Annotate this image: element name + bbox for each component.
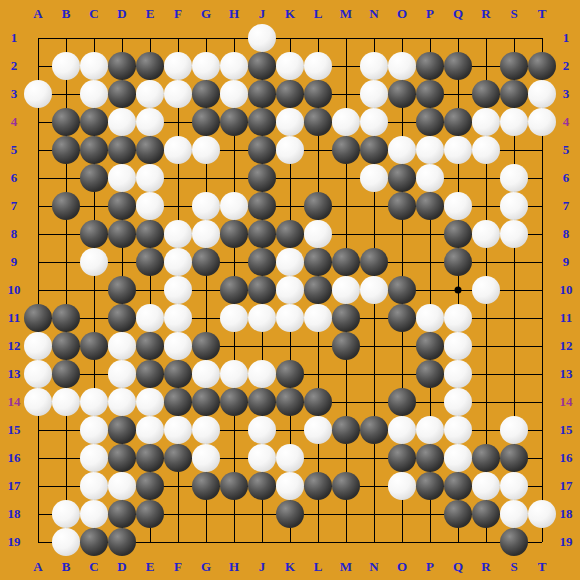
stone-white-M10[interactable]: [332, 276, 360, 304]
stone-black-J10[interactable]: [248, 276, 276, 304]
stone-black-B13[interactable]: [52, 360, 80, 388]
stone-white-T3[interactable]: [528, 80, 556, 108]
stone-black-R18[interactable]: [472, 500, 500, 528]
stone-white-G5[interactable]: [192, 136, 220, 164]
coord-label-left-19[interactable]: 19: [0, 534, 28, 550]
stone-black-Q17[interactable]: [444, 472, 472, 500]
stone-white-R5[interactable]: [472, 136, 500, 164]
stone-black-G17[interactable]: [192, 472, 220, 500]
stone-black-C19[interactable]: [80, 528, 108, 556]
stone-black-J8[interactable]: [248, 220, 276, 248]
stone-white-J1[interactable]: [248, 24, 276, 52]
stone-black-C8[interactable]: [80, 220, 108, 248]
coord-label-top-D[interactable]: D: [108, 6, 136, 22]
coord-label-right-5[interactable]: 5: [552, 142, 580, 158]
coord-label-top-F[interactable]: F: [164, 6, 192, 22]
stone-white-C9[interactable]: [80, 248, 108, 276]
coord-label-right-15[interactable]: 15: [552, 422, 580, 438]
stone-black-C5[interactable]: [80, 136, 108, 164]
stone-white-Q11[interactable]: [444, 304, 472, 332]
coord-label-right-11[interactable]: 11: [552, 310, 580, 326]
stone-white-E6[interactable]: [136, 164, 164, 192]
coord-label-right-18[interactable]: 18: [552, 506, 580, 522]
coord-label-right-2[interactable]: 2: [552, 58, 580, 74]
stone-white-E15[interactable]: [136, 416, 164, 444]
stone-white-Q14[interactable]: [444, 388, 472, 416]
coord-label-top-B[interactable]: B: [52, 6, 80, 22]
stone-white-R10[interactable]: [472, 276, 500, 304]
coord-label-top-Q[interactable]: Q: [444, 6, 472, 22]
coord-label-bottom-B[interactable]: B: [52, 559, 80, 575]
stone-black-S16[interactable]: [500, 444, 528, 472]
stone-white-H3[interactable]: [220, 80, 248, 108]
stone-white-C17[interactable]: [80, 472, 108, 500]
stone-black-S2[interactable]: [500, 52, 528, 80]
stone-black-K18[interactable]: [276, 500, 304, 528]
stone-white-H2[interactable]: [220, 52, 248, 80]
stone-black-F13[interactable]: [164, 360, 192, 388]
stone-black-G3[interactable]: [192, 80, 220, 108]
stone-black-E5[interactable]: [136, 136, 164, 164]
stone-black-E13[interactable]: [136, 360, 164, 388]
coord-label-bottom-E[interactable]: E: [136, 559, 164, 575]
stone-black-H14[interactable]: [220, 388, 248, 416]
stone-white-C16[interactable]: [80, 444, 108, 472]
stone-white-Q13[interactable]: [444, 360, 472, 388]
stone-white-C2[interactable]: [80, 52, 108, 80]
stone-black-L14[interactable]: [304, 388, 332, 416]
stone-black-E17[interactable]: [136, 472, 164, 500]
stone-black-H17[interactable]: [220, 472, 248, 500]
coord-label-top-G[interactable]: G: [192, 6, 220, 22]
stone-white-K9[interactable]: [276, 248, 304, 276]
coord-label-bottom-H[interactable]: H: [220, 559, 248, 575]
stone-black-J5[interactable]: [248, 136, 276, 164]
stone-black-J6[interactable]: [248, 164, 276, 192]
stone-black-N15[interactable]: [360, 416, 388, 444]
stone-black-G14[interactable]: [192, 388, 220, 416]
coord-label-right-7[interactable]: 7: [552, 198, 580, 214]
stone-white-B14[interactable]: [52, 388, 80, 416]
stone-white-Q15[interactable]: [444, 416, 472, 444]
coord-label-right-13[interactable]: 13: [552, 366, 580, 382]
coord-label-right-8[interactable]: 8: [552, 226, 580, 242]
stone-white-C3[interactable]: [80, 80, 108, 108]
stone-black-E12[interactable]: [136, 332, 164, 360]
coord-label-top-H[interactable]: H: [220, 6, 248, 22]
stone-black-M15[interactable]: [332, 416, 360, 444]
coord-label-top-E[interactable]: E: [136, 6, 164, 22]
coord-label-left-6[interactable]: 6: [0, 170, 28, 186]
stone-black-J2[interactable]: [248, 52, 276, 80]
coord-label-top-C[interactable]: C: [80, 6, 108, 22]
coord-label-right-4[interactable]: 4: [552, 114, 580, 130]
stone-white-C14[interactable]: [80, 388, 108, 416]
stone-white-P5[interactable]: [416, 136, 444, 164]
stone-white-K11[interactable]: [276, 304, 304, 332]
stone-black-J17[interactable]: [248, 472, 276, 500]
stone-black-L4[interactable]: [304, 108, 332, 136]
stone-white-N4[interactable]: [360, 108, 388, 136]
stone-white-G8[interactable]: [192, 220, 220, 248]
stone-black-P16[interactable]: [416, 444, 444, 472]
coord-label-bottom-T[interactable]: T: [528, 559, 556, 575]
coord-label-top-P[interactable]: P: [416, 6, 444, 22]
coord-label-bottom-L[interactable]: L: [304, 559, 332, 575]
coord-label-right-3[interactable]: 3: [552, 86, 580, 102]
coord-label-right-17[interactable]: 17: [552, 478, 580, 494]
stone-white-B19[interactable]: [52, 528, 80, 556]
stone-black-S3[interactable]: [500, 80, 528, 108]
coord-label-top-N[interactable]: N: [360, 6, 388, 22]
stone-white-F15[interactable]: [164, 416, 192, 444]
stone-black-D16[interactable]: [108, 444, 136, 472]
stone-white-S17[interactable]: [500, 472, 528, 500]
coord-label-bottom-R[interactable]: R: [472, 559, 500, 575]
stone-white-L2[interactable]: [304, 52, 332, 80]
stone-white-Q7[interactable]: [444, 192, 472, 220]
stone-black-P4[interactable]: [416, 108, 444, 136]
coord-label-top-R[interactable]: R: [472, 6, 500, 22]
coord-label-left-4[interactable]: 4: [0, 114, 28, 130]
coord-label-left-1[interactable]: 1: [0, 30, 28, 46]
stone-black-O7[interactable]: [388, 192, 416, 220]
stone-black-B12[interactable]: [52, 332, 80, 360]
coord-label-left-15[interactable]: 15: [0, 422, 28, 438]
coord-label-bottom-A[interactable]: A: [24, 559, 52, 575]
coord-label-top-K[interactable]: K: [276, 6, 304, 22]
stone-black-L9[interactable]: [304, 248, 332, 276]
stone-black-D5[interactable]: [108, 136, 136, 164]
stone-white-N2[interactable]: [360, 52, 388, 80]
coord-label-bottom-F[interactable]: F: [164, 559, 192, 575]
stone-white-H7[interactable]: [220, 192, 248, 220]
stone-white-N3[interactable]: [360, 80, 388, 108]
stone-black-H10[interactable]: [220, 276, 248, 304]
coord-label-right-12[interactable]: 12: [552, 338, 580, 354]
stone-black-F16[interactable]: [164, 444, 192, 472]
coord-label-bottom-N[interactable]: N: [360, 559, 388, 575]
stone-black-D3[interactable]: [108, 80, 136, 108]
coord-label-top-A[interactable]: A: [24, 6, 52, 22]
stone-white-S8[interactable]: [500, 220, 528, 248]
stone-white-N6[interactable]: [360, 164, 388, 192]
coord-label-bottom-J[interactable]: J: [248, 559, 276, 575]
stone-black-L3[interactable]: [304, 80, 332, 108]
coord-label-top-O[interactable]: O: [388, 6, 416, 22]
stone-white-G15[interactable]: [192, 416, 220, 444]
stone-white-A3[interactable]: [24, 80, 52, 108]
stone-white-E14[interactable]: [136, 388, 164, 416]
stone-white-K16[interactable]: [276, 444, 304, 472]
stone-black-Q8[interactable]: [444, 220, 472, 248]
stone-white-M4[interactable]: [332, 108, 360, 136]
stone-black-K13[interactable]: [276, 360, 304, 388]
stone-white-R8[interactable]: [472, 220, 500, 248]
coord-label-left-17[interactable]: 17: [0, 478, 28, 494]
stone-white-P11[interactable]: [416, 304, 444, 332]
stone-white-N10[interactable]: [360, 276, 388, 304]
stone-white-D13[interactable]: [108, 360, 136, 388]
stone-black-B5[interactable]: [52, 136, 80, 164]
stone-white-R17[interactable]: [472, 472, 500, 500]
coord-label-left-16[interactable]: 16: [0, 450, 28, 466]
stone-black-G4[interactable]: [192, 108, 220, 136]
stone-black-E2[interactable]: [136, 52, 164, 80]
stone-white-E3[interactable]: [136, 80, 164, 108]
stone-white-C15[interactable]: [80, 416, 108, 444]
coord-label-right-16[interactable]: 16: [552, 450, 580, 466]
stone-black-O6[interactable]: [388, 164, 416, 192]
stone-black-K3[interactable]: [276, 80, 304, 108]
stone-white-T18[interactable]: [528, 500, 556, 528]
stone-black-B4[interactable]: [52, 108, 80, 136]
stone-white-A12[interactable]: [24, 332, 52, 360]
stone-black-E9[interactable]: [136, 248, 164, 276]
stone-white-B2[interactable]: [52, 52, 80, 80]
stone-black-E16[interactable]: [136, 444, 164, 472]
stone-white-O17[interactable]: [388, 472, 416, 500]
stone-white-K4[interactable]: [276, 108, 304, 136]
stone-black-P17[interactable]: [416, 472, 444, 500]
coord-label-bottom-G[interactable]: G: [192, 559, 220, 575]
stone-white-F9[interactable]: [164, 248, 192, 276]
stone-black-D2[interactable]: [108, 52, 136, 80]
stone-white-E7[interactable]: [136, 192, 164, 220]
stone-black-P12[interactable]: [416, 332, 444, 360]
stone-black-J3[interactable]: [248, 80, 276, 108]
stone-black-L17[interactable]: [304, 472, 332, 500]
star-point-Q10: [455, 287, 462, 294]
go-board[interactable]: AABBCCDDEEFFGGHHJJKKLLMMNNOOPPQQRRSSTT11…: [0, 0, 580, 580]
stone-black-O14[interactable]: [388, 388, 416, 416]
stone-black-R3[interactable]: [472, 80, 500, 108]
stone-black-K8[interactable]: [276, 220, 304, 248]
coord-label-top-T[interactable]: T: [528, 6, 556, 22]
stone-black-Q18[interactable]: [444, 500, 472, 528]
stone-white-C18[interactable]: [80, 500, 108, 528]
stone-black-J4[interactable]: [248, 108, 276, 136]
stone-white-J15[interactable]: [248, 416, 276, 444]
stone-black-M17[interactable]: [332, 472, 360, 500]
stone-black-O16[interactable]: [388, 444, 416, 472]
stone-black-L7[interactable]: [304, 192, 332, 220]
coord-label-right-14[interactable]: 14: [552, 394, 580, 410]
stone-black-M5[interactable]: [332, 136, 360, 164]
stone-black-J9[interactable]: [248, 248, 276, 276]
stone-black-D19[interactable]: [108, 528, 136, 556]
stone-white-L11[interactable]: [304, 304, 332, 332]
stone-black-R16[interactable]: [472, 444, 500, 472]
stone-black-O11[interactable]: [388, 304, 416, 332]
stone-black-G12[interactable]: [192, 332, 220, 360]
stone-white-G13[interactable]: [192, 360, 220, 388]
stone-black-C12[interactable]: [80, 332, 108, 360]
stone-black-Q9[interactable]: [444, 248, 472, 276]
coord-label-bottom-D[interactable]: D: [108, 559, 136, 575]
stone-white-H11[interactable]: [220, 304, 248, 332]
stone-black-T2[interactable]: [528, 52, 556, 80]
stone-white-B18[interactable]: [52, 500, 80, 528]
stone-white-F12[interactable]: [164, 332, 192, 360]
coord-label-left-18[interactable]: 18: [0, 506, 28, 522]
stone-white-D14[interactable]: [108, 388, 136, 416]
coord-label-right-9[interactable]: 9: [552, 254, 580, 270]
coord-label-right-10[interactable]: 10: [552, 282, 580, 298]
stone-black-E8[interactable]: [136, 220, 164, 248]
stone-white-S18[interactable]: [500, 500, 528, 528]
coord-label-left-7[interactable]: 7: [0, 198, 28, 214]
stone-black-C4[interactable]: [80, 108, 108, 136]
coord-label-bottom-P[interactable]: P: [416, 559, 444, 575]
stone-black-M11[interactable]: [332, 304, 360, 332]
stone-black-O10[interactable]: [388, 276, 416, 304]
stone-white-J11[interactable]: [248, 304, 276, 332]
stone-white-O5[interactable]: [388, 136, 416, 164]
stone-black-D8[interactable]: [108, 220, 136, 248]
stone-black-C6[interactable]: [80, 164, 108, 192]
stone-white-F10[interactable]: [164, 276, 192, 304]
stone-black-J14[interactable]: [248, 388, 276, 416]
stone-black-L10[interactable]: [304, 276, 332, 304]
stone-white-A14[interactable]: [24, 388, 52, 416]
stone-white-E4[interactable]: [136, 108, 164, 136]
stone-black-J7[interactable]: [248, 192, 276, 220]
stone-white-F2[interactable]: [164, 52, 192, 80]
stone-white-T4[interactable]: [528, 108, 556, 136]
stone-white-J16[interactable]: [248, 444, 276, 472]
stone-black-Q2[interactable]: [444, 52, 472, 80]
stone-white-S6[interactable]: [500, 164, 528, 192]
stone-white-J13[interactable]: [248, 360, 276, 388]
stone-white-A13[interactable]: [24, 360, 52, 388]
stone-white-F11[interactable]: [164, 304, 192, 332]
stone-black-P3[interactable]: [416, 80, 444, 108]
stone-white-G16[interactable]: [192, 444, 220, 472]
stone-white-L8[interactable]: [304, 220, 332, 248]
coord-label-left-2[interactable]: 2: [0, 58, 28, 74]
stone-white-S4[interactable]: [500, 108, 528, 136]
coord-label-bottom-Q[interactable]: Q: [444, 559, 472, 575]
stone-white-Q12[interactable]: [444, 332, 472, 360]
stone-white-D6[interactable]: [108, 164, 136, 192]
stone-white-S15[interactable]: [500, 416, 528, 444]
stone-black-M9[interactable]: [332, 248, 360, 276]
coord-label-top-J[interactable]: J: [248, 6, 276, 22]
stone-white-S7[interactable]: [500, 192, 528, 220]
stone-black-O3[interactable]: [388, 80, 416, 108]
stone-black-B11[interactable]: [52, 304, 80, 332]
stone-white-G2[interactable]: [192, 52, 220, 80]
stone-black-E18[interactable]: [136, 500, 164, 528]
stone-black-D18[interactable]: [108, 500, 136, 528]
stone-black-P13[interactable]: [416, 360, 444, 388]
stone-white-K17[interactable]: [276, 472, 304, 500]
stone-black-D7[interactable]: [108, 192, 136, 220]
stone-black-F14[interactable]: [164, 388, 192, 416]
coord-label-top-S[interactable]: S: [500, 6, 528, 22]
coord-label-bottom-K[interactable]: K: [276, 559, 304, 575]
stone-black-B7[interactable]: [52, 192, 80, 220]
stone-white-F5[interactable]: [164, 136, 192, 164]
stone-black-P2[interactable]: [416, 52, 444, 80]
stone-black-K14[interactable]: [276, 388, 304, 416]
stone-white-H13[interactable]: [220, 360, 248, 388]
coord-label-right-1[interactable]: 1: [552, 30, 580, 46]
stone-white-F8[interactable]: [164, 220, 192, 248]
stone-black-G9[interactable]: [192, 248, 220, 276]
stone-black-N5[interactable]: [360, 136, 388, 164]
stone-black-P7[interactable]: [416, 192, 444, 220]
stone-white-D12[interactable]: [108, 332, 136, 360]
stone-black-H4[interactable]: [220, 108, 248, 136]
stone-white-P6[interactable]: [416, 164, 444, 192]
stone-white-K2[interactable]: [276, 52, 304, 80]
stone-white-O2[interactable]: [388, 52, 416, 80]
stone-black-D11[interactable]: [108, 304, 136, 332]
stone-black-H8[interactable]: [220, 220, 248, 248]
stone-white-R4[interactable]: [472, 108, 500, 136]
stone-white-E11[interactable]: [136, 304, 164, 332]
stone-white-L15[interactable]: [304, 416, 332, 444]
stone-white-K5[interactable]: [276, 136, 304, 164]
stone-white-D4[interactable]: [108, 108, 136, 136]
coord-label-left-5[interactable]: 5: [0, 142, 28, 158]
coord-label-left-9[interactable]: 9: [0, 254, 28, 270]
stone-black-S19[interactable]: [500, 528, 528, 556]
coord-label-left-10[interactable]: 10: [0, 282, 28, 298]
coord-label-bottom-M[interactable]: M: [332, 559, 360, 575]
stone-white-Q5[interactable]: [444, 136, 472, 164]
coord-label-left-8[interactable]: 8: [0, 226, 28, 242]
coord-label-right-6[interactable]: 6: [552, 170, 580, 186]
stone-black-N9[interactable]: [360, 248, 388, 276]
stone-black-M12[interactable]: [332, 332, 360, 360]
stone-black-Q4[interactable]: [444, 108, 472, 136]
stone-white-O15[interactable]: [388, 416, 416, 444]
coord-label-top-M[interactable]: M: [332, 6, 360, 22]
coord-label-right-19[interactable]: 19: [552, 534, 580, 550]
stone-white-G7[interactable]: [192, 192, 220, 220]
stone-white-P15[interactable]: [416, 416, 444, 444]
stone-white-F3[interactable]: [164, 80, 192, 108]
stone-white-D17[interactable]: [108, 472, 136, 500]
coord-label-bottom-O[interactable]: O: [388, 559, 416, 575]
coord-label-bottom-C[interactable]: C: [80, 559, 108, 575]
stone-black-D10[interactable]: [108, 276, 136, 304]
stone-white-K10[interactable]: [276, 276, 304, 304]
stone-black-A11[interactable]: [24, 304, 52, 332]
coord-label-bottom-S[interactable]: S: [500, 559, 528, 575]
coord-label-top-L[interactable]: L: [304, 6, 332, 22]
stone-black-D15[interactable]: [108, 416, 136, 444]
stone-white-Q16[interactable]: [444, 444, 472, 472]
